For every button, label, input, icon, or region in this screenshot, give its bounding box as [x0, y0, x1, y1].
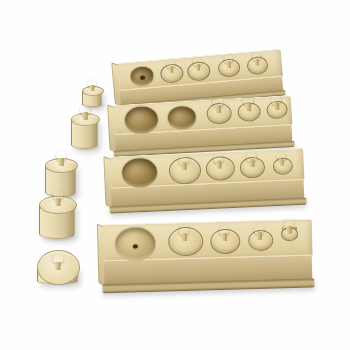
knob	[284, 218, 294, 234]
knob-stem	[222, 233, 227, 241]
knob-stem	[168, 66, 173, 73]
knob	[223, 54, 233, 69]
knob	[242, 94, 254, 112]
knob	[276, 152, 286, 166]
cylinder-block-4	[103, 219, 313, 316]
knob	[219, 225, 229, 241]
knob-stem	[279, 159, 283, 166]
knob-stem	[59, 158, 64, 166]
loose-cylinder-2	[71, 113, 98, 149]
knob	[56, 150, 66, 166]
knob	[52, 189, 63, 206]
knob	[52, 253, 63, 270]
knob-stem	[257, 232, 262, 240]
knob-stem	[182, 233, 187, 241]
knob-stem	[226, 61, 231, 68]
knob	[246, 151, 257, 167]
knob	[179, 225, 189, 241]
center-pin-hole	[133, 244, 138, 248]
loose-cylinder-4	[39, 196, 75, 239]
knob	[192, 56, 202, 71]
knob	[178, 154, 189, 170]
knob-stem	[215, 105, 220, 113]
knob	[165, 59, 175, 74]
knob	[213, 152, 224, 168]
knob-stem	[55, 262, 60, 270]
knob-stem	[245, 103, 250, 111]
knob-stem	[90, 85, 94, 91]
knob-stem	[287, 226, 292, 234]
knob-stem	[55, 198, 60, 206]
knob-stem	[181, 162, 186, 170]
knob	[251, 51, 261, 66]
knob-stem	[83, 112, 88, 120]
product-photo-montessori-cylinder-blocks	[0, 0, 350, 350]
knob-stem	[195, 64, 200, 71]
knob-stem	[254, 59, 259, 66]
knob	[88, 79, 96, 91]
knob-stem	[249, 159, 254, 167]
knob	[271, 94, 282, 111]
loose-cylinder-5	[37, 250, 78, 284]
center-pin-hole	[139, 76, 144, 80]
knob-stem	[216, 161, 221, 169]
knob	[212, 96, 224, 114]
knob	[254, 224, 264, 240]
knob-stem	[274, 102, 279, 110]
knob	[80, 104, 90, 120]
